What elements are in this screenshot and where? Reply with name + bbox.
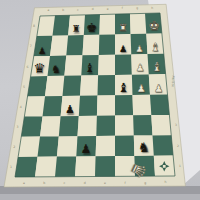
piece-white-q-g1-fallen[interactable]: ♛ [127,160,149,181]
piece-black-n-b6[interactable]: ♞ [51,64,61,75]
piece-white-p-h5[interactable]: ♟ [154,83,163,93]
piece-white-k-h8[interactable]: ♚ [148,20,159,33]
piece-white-p-g6[interactable]: ♟ [136,63,145,73]
photo-of-chessboard: aabbccddeeffgghh87654332211Pavilion ♜♚♜♚… [0,0,200,200]
pieces-layer: ♜♚♜♚♟♟♟♝♛♞♝♟♝♝♟♟♟♟♞♛ [0,0,200,200]
piece-white-p-g7[interactable]: ♟ [135,44,143,53]
piece-black-p-f7[interactable]: ♟ [119,44,127,53]
piece-black-r-c8[interactable]: ♜ [72,24,81,34]
piece-white-p-g5[interactable]: ♟ [136,83,145,93]
piece-black-q-a6[interactable]: ♛ [33,62,45,75]
piece-black-p-a7[interactable]: ♟ [38,46,46,55]
piece-black-k-d8[interactable]: ♚ [86,21,97,34]
piece-black-b-f5[interactable]: ♝ [118,82,129,95]
piece-white-b-h6[interactable]: ♝ [152,61,163,73]
piece-white-b-h7[interactable]: ♝ [150,42,160,53]
piece-black-p-d2[interactable]: ♟ [81,143,92,155]
piece-white-r-f8[interactable]: ♜ [118,23,127,33]
piece-black-n-g2[interactable]: ♞ [138,141,150,155]
piece-black-b-d6[interactable]: ♝ [84,62,95,74]
piece-black-p-c4[interactable]: ♟ [65,104,75,115]
